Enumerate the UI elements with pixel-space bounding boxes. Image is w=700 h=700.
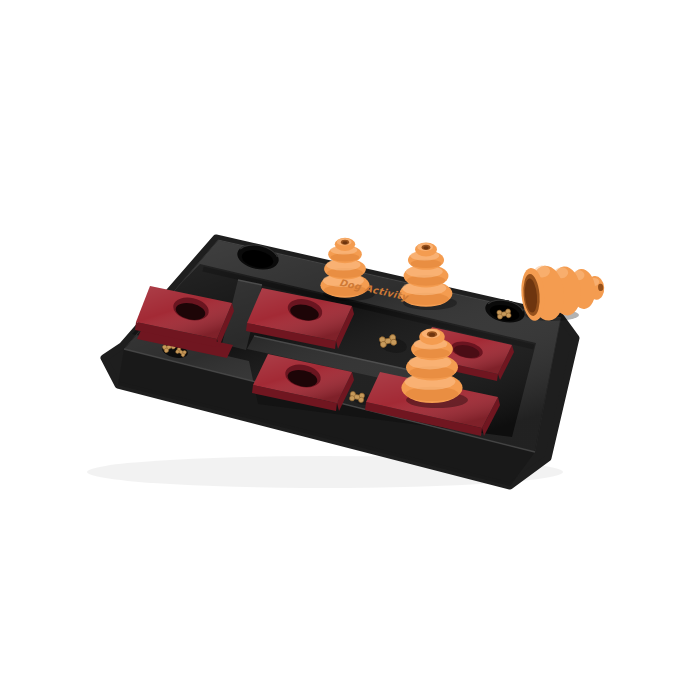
product-photo: Dog Activity [0,0,700,700]
cone-2[interactable] [400,243,457,310]
cone-4[interactable] [519,260,607,323]
